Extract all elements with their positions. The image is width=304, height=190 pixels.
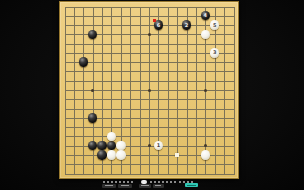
grid-line	[215, 7, 216, 175]
grid-line	[168, 7, 169, 175]
star-point	[148, 89, 151, 92]
move-number-label: 2	[185, 22, 188, 27]
stone-white: 3	[210, 48, 219, 57]
grid-line	[196, 7, 197, 175]
stone-white: 5	[210, 20, 219, 29]
pending-move-marker	[175, 153, 179, 157]
grid-line	[65, 109, 235, 110]
move-number-label: 1	[157, 143, 160, 148]
go-board[interactable]: 246531	[59, 1, 239, 179]
stone-white	[201, 30, 210, 39]
stone-white	[201, 150, 210, 159]
stone-black: 2	[182, 20, 191, 29]
star-point	[204, 89, 207, 92]
toolbar-text-left	[103, 181, 133, 183]
stone-black	[88, 30, 97, 39]
toolbar-button-1[interactable]	[102, 184, 116, 188]
grid-line	[234, 7, 235, 175]
star-point	[91, 89, 94, 92]
star-point	[204, 144, 207, 147]
stone-black: 4	[201, 11, 210, 20]
stone-black	[107, 141, 116, 150]
stone-black	[79, 57, 88, 66]
video-frame: 246531	[0, 0, 304, 190]
stone-black	[88, 141, 97, 150]
grid-line	[65, 99, 235, 100]
move-number-label: 5	[213, 22, 216, 27]
stone-white	[107, 150, 116, 159]
grid-line	[65, 164, 235, 165]
stone-white	[107, 132, 116, 141]
stone-black: 6	[154, 20, 163, 29]
star-point	[148, 33, 151, 36]
stone-black	[88, 113, 97, 122]
grid-line	[187, 7, 188, 175]
grid-line	[177, 7, 178, 175]
stone-white: 1	[154, 141, 163, 150]
move-number-label: 3	[213, 50, 216, 55]
move-number-label: 4	[204, 13, 207, 18]
star-point	[148, 144, 151, 147]
toolbar-button-3[interactable]	[139, 184, 151, 188]
toolbar-button-2[interactable]	[118, 184, 132, 188]
grid-line	[65, 136, 235, 137]
stone-black	[97, 150, 106, 159]
grid-line	[65, 127, 235, 128]
toolbar-text-mid	[150, 181, 176, 183]
stone-white	[116, 150, 125, 159]
toolbar-button-4[interactable]	[153, 184, 164, 188]
move-number-label: 6	[157, 22, 160, 27]
toolbar-accent-button[interactable]	[185, 183, 198, 187]
stone-white	[116, 141, 125, 150]
last-move-mark	[153, 19, 156, 22]
grid-line	[224, 7, 225, 175]
stone-black	[97, 141, 106, 150]
grid-line	[65, 174, 235, 175]
